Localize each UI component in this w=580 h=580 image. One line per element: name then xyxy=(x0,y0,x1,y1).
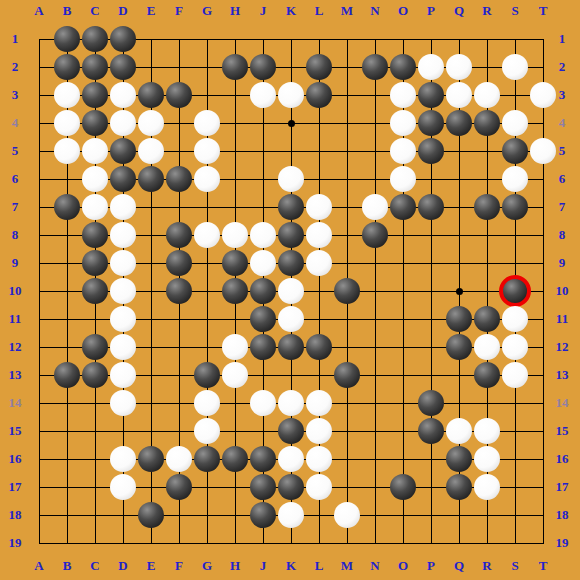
stone-white-K3[interactable] xyxy=(278,82,304,108)
stone-black-J12[interactable] xyxy=(250,334,276,360)
row-label-right-18: 18 xyxy=(550,501,574,529)
stone-white-D11[interactable] xyxy=(110,306,136,332)
row-label-left-18: 18 xyxy=(3,501,27,529)
stone-white-K18[interactable] xyxy=(278,502,304,528)
stone-black-R13[interactable] xyxy=(474,362,500,388)
stone-black-C9[interactable] xyxy=(82,250,108,276)
stone-white-B3[interactable] xyxy=(54,82,80,108)
row-label-left-13: 13 xyxy=(3,361,27,389)
col-label-top-G: G xyxy=(193,3,221,19)
col-label-top-A: A xyxy=(25,3,53,19)
stone-white-B4[interactable] xyxy=(54,110,80,136)
stone-white-R16[interactable] xyxy=(474,446,500,472)
stone-white-D14[interactable] xyxy=(110,390,136,416)
stone-black-M10[interactable] xyxy=(334,278,360,304)
col-label-top-E: E xyxy=(137,3,165,19)
stone-black-H9[interactable] xyxy=(222,250,248,276)
stone-white-J8[interactable] xyxy=(250,222,276,248)
stone-white-C6[interactable] xyxy=(82,166,108,192)
stone-black-P14[interactable] xyxy=(418,390,444,416)
stone-white-E5[interactable] xyxy=(138,138,164,164)
stone-white-J3[interactable] xyxy=(250,82,276,108)
col-label-top-R: R xyxy=(473,3,501,19)
stone-white-M18[interactable] xyxy=(334,502,360,528)
stone-white-O6[interactable] xyxy=(390,166,416,192)
stone-black-B7[interactable] xyxy=(54,194,80,220)
stone-black-B1[interactable] xyxy=(54,26,80,52)
stone-black-E18[interactable] xyxy=(138,502,164,528)
stone-black-Q16[interactable] xyxy=(446,446,472,472)
stone-white-E4[interactable] xyxy=(138,110,164,136)
row-label-left-12: 12 xyxy=(3,333,27,361)
stone-white-P2[interactable] xyxy=(418,54,444,80)
row-label-right-15: 15 xyxy=(550,417,574,445)
row-label-right-2: 2 xyxy=(550,53,574,81)
col-label-bottom-R: R xyxy=(473,558,501,574)
stone-black-G13[interactable] xyxy=(194,362,220,388)
stone-white-C5[interactable] xyxy=(82,138,108,164)
stone-black-J10[interactable] xyxy=(250,278,276,304)
stone-black-M13[interactable] xyxy=(334,362,360,388)
stone-white-T3[interactable] xyxy=(530,82,556,108)
stone-white-O4[interactable] xyxy=(390,110,416,136)
row-label-left-6: 6 xyxy=(3,165,27,193)
stone-black-H2[interactable] xyxy=(222,54,248,80)
stone-white-R15[interactable] xyxy=(474,418,500,444)
row-label-right-14: 14 xyxy=(550,389,574,417)
row-label-right-11: 11 xyxy=(550,305,574,333)
stone-white-K14[interactable] xyxy=(278,390,304,416)
stone-white-S2[interactable] xyxy=(502,54,528,80)
stone-white-K16[interactable] xyxy=(278,446,304,472)
stone-black-K15[interactable] xyxy=(278,418,304,444)
row-label-right-12: 12 xyxy=(550,333,574,361)
stone-black-C4[interactable] xyxy=(82,110,108,136)
col-label-bottom-A: A xyxy=(25,558,53,574)
col-label-top-T: T xyxy=(529,3,557,19)
stone-black-N8[interactable] xyxy=(362,222,388,248)
stone-white-L7[interactable] xyxy=(306,194,332,220)
stone-white-G8[interactable] xyxy=(194,222,220,248)
stone-black-G16[interactable] xyxy=(194,446,220,472)
row-label-left-3: 3 xyxy=(3,81,27,109)
col-label-top-C: C xyxy=(81,3,109,19)
stone-white-G15[interactable] xyxy=(194,418,220,444)
row-label-right-16: 16 xyxy=(550,445,574,473)
stone-black-L12[interactable] xyxy=(306,334,332,360)
stone-black-E16[interactable] xyxy=(138,446,164,472)
stone-black-B2[interactable] xyxy=(54,54,80,80)
col-label-bottom-S: S xyxy=(501,558,529,574)
row-label-left-14: 14 xyxy=(3,389,27,417)
stone-black-K7[interactable] xyxy=(278,194,304,220)
col-label-top-N: N xyxy=(361,3,389,19)
col-label-top-K: K xyxy=(277,3,305,19)
stone-white-H12[interactable] xyxy=(222,334,248,360)
stone-white-B5[interactable] xyxy=(54,138,80,164)
stone-black-D2[interactable] xyxy=(110,54,136,80)
star-point-K4 xyxy=(288,120,295,127)
col-label-top-M: M xyxy=(333,3,361,19)
col-label-top-F: F xyxy=(165,3,193,19)
stone-black-K9[interactable] xyxy=(278,250,304,276)
col-label-top-Q: Q xyxy=(445,3,473,19)
row-label-left-16: 16 xyxy=(3,445,27,473)
stone-white-D7[interactable] xyxy=(110,194,136,220)
stone-black-K12[interactable] xyxy=(278,334,304,360)
row-label-left-2: 2 xyxy=(3,53,27,81)
stone-black-K8[interactable] xyxy=(278,222,304,248)
col-label-bottom-F: F xyxy=(165,558,193,574)
stone-black-P7[interactable] xyxy=(418,194,444,220)
row-label-left-10: 10 xyxy=(3,277,27,305)
stone-white-K11[interactable] xyxy=(278,306,304,332)
stone-white-O5[interactable] xyxy=(390,138,416,164)
stone-white-Q2[interactable] xyxy=(446,54,472,80)
stone-black-J16[interactable] xyxy=(250,446,276,472)
row-label-left-1: 1 xyxy=(3,25,27,53)
goban[interactable]: AABBCCDDEEFFGGHHJJKKLLMMNNOOPPQQRRSSTT11… xyxy=(0,0,580,580)
stone-black-E6[interactable] xyxy=(138,166,164,192)
stone-black-N2[interactable] xyxy=(362,54,388,80)
col-label-top-O: O xyxy=(389,3,417,19)
stone-white-D17[interactable] xyxy=(110,474,136,500)
col-label-bottom-N: N xyxy=(361,558,389,574)
stone-black-D1[interactable] xyxy=(110,26,136,52)
stone-black-Q17[interactable] xyxy=(446,474,472,500)
stone-white-L16[interactable] xyxy=(306,446,332,472)
star-point-Q10 xyxy=(456,288,463,295)
col-label-bottom-J: J xyxy=(249,558,277,574)
stone-black-P4[interactable] xyxy=(418,110,444,136)
stone-white-S11[interactable] xyxy=(502,306,528,332)
stone-black-C10[interactable] xyxy=(82,278,108,304)
stone-black-R7[interactable] xyxy=(474,194,500,220)
row-label-right-6: 6 xyxy=(550,165,574,193)
row-label-left-19: 19 xyxy=(3,529,27,557)
col-label-bottom-H: H xyxy=(221,558,249,574)
stone-black-S7[interactable] xyxy=(502,194,528,220)
col-label-top-B: B xyxy=(53,3,81,19)
stone-white-O3[interactable] xyxy=(390,82,416,108)
row-label-right-13: 13 xyxy=(550,361,574,389)
stone-white-K6[interactable] xyxy=(278,166,304,192)
stone-white-D13[interactable] xyxy=(110,362,136,388)
stone-black-J18[interactable] xyxy=(250,502,276,528)
stone-black-O17[interactable] xyxy=(390,474,416,500)
stone-black-O7[interactable] xyxy=(390,194,416,220)
stone-black-F9[interactable] xyxy=(166,250,192,276)
col-label-bottom-G: G xyxy=(193,558,221,574)
stone-white-S13[interactable] xyxy=(502,362,528,388)
stone-white-Q15[interactable] xyxy=(446,418,472,444)
row-label-left-4: 4 xyxy=(3,109,27,137)
stone-white-R17[interactable] xyxy=(474,474,500,500)
stone-white-F16[interactable] xyxy=(166,446,192,472)
row-label-right-9: 9 xyxy=(550,249,574,277)
stone-black-C12[interactable] xyxy=(82,334,108,360)
col-label-bottom-K: K xyxy=(277,558,305,574)
stone-black-S10-last-move[interactable] xyxy=(499,275,531,307)
stone-white-L8[interactable] xyxy=(306,222,332,248)
col-label-bottom-L: L xyxy=(305,558,333,574)
stone-white-S6[interactable] xyxy=(502,166,528,192)
col-label-bottom-D: D xyxy=(109,558,137,574)
stone-black-S5[interactable] xyxy=(502,138,528,164)
stone-white-L17[interactable] xyxy=(306,474,332,500)
stone-black-C1[interactable] xyxy=(82,26,108,52)
stone-black-B13[interactable] xyxy=(54,362,80,388)
stone-white-G4[interactable] xyxy=(194,110,220,136)
stone-black-D6[interactable] xyxy=(110,166,136,192)
stone-black-J2[interactable] xyxy=(250,54,276,80)
stone-black-H10[interactable] xyxy=(222,278,248,304)
stone-white-D4[interactable] xyxy=(110,110,136,136)
col-label-bottom-P: P xyxy=(417,558,445,574)
col-label-top-P: P xyxy=(417,3,445,19)
row-label-right-8: 8 xyxy=(550,221,574,249)
stone-white-C7[interactable] xyxy=(82,194,108,220)
stone-white-G5[interactable] xyxy=(194,138,220,164)
stone-black-L2[interactable] xyxy=(306,54,332,80)
stone-black-C8[interactable] xyxy=(82,222,108,248)
col-label-top-J: J xyxy=(249,3,277,19)
row-label-left-8: 8 xyxy=(3,221,27,249)
stone-black-Q12[interactable] xyxy=(446,334,472,360)
col-label-top-D: D xyxy=(109,3,137,19)
stone-black-L3[interactable] xyxy=(306,82,332,108)
row-label-left-5: 5 xyxy=(3,137,27,165)
stone-white-R12[interactable] xyxy=(474,334,500,360)
stone-white-T5[interactable] xyxy=(530,138,556,164)
stone-white-Q3[interactable] xyxy=(446,82,472,108)
stone-black-P3[interactable] xyxy=(418,82,444,108)
stone-black-J17[interactable] xyxy=(250,474,276,500)
stone-white-D12[interactable] xyxy=(110,334,136,360)
stone-white-L14[interactable] xyxy=(306,390,332,416)
stone-black-F17[interactable] xyxy=(166,474,192,500)
stone-black-P5[interactable] xyxy=(418,138,444,164)
stone-white-K10[interactable] xyxy=(278,278,304,304)
stone-black-R4[interactable] xyxy=(474,110,500,136)
stone-black-F6[interactable] xyxy=(166,166,192,192)
stone-black-J11[interactable] xyxy=(250,306,276,332)
col-label-bottom-B: B xyxy=(53,558,81,574)
stone-black-F8[interactable] xyxy=(166,222,192,248)
stone-white-G14[interactable] xyxy=(194,390,220,416)
stone-black-C3[interactable] xyxy=(82,82,108,108)
stone-black-R11[interactable] xyxy=(474,306,500,332)
row-label-left-7: 7 xyxy=(3,193,27,221)
col-label-bottom-T: T xyxy=(529,558,557,574)
row-label-left-11: 11 xyxy=(3,305,27,333)
stone-black-Q4[interactable] xyxy=(446,110,472,136)
row-label-right-1: 1 xyxy=(550,25,574,53)
stone-white-L9[interactable] xyxy=(306,250,332,276)
stone-white-H8[interactable] xyxy=(222,222,248,248)
row-label-left-17: 17 xyxy=(3,473,27,501)
row-label-left-9: 9 xyxy=(3,249,27,277)
stone-white-D16[interactable] xyxy=(110,446,136,472)
stone-black-P15[interactable] xyxy=(418,418,444,444)
row-label-right-7: 7 xyxy=(550,193,574,221)
stone-white-S4[interactable] xyxy=(502,110,528,136)
row-label-right-10: 10 xyxy=(550,277,574,305)
col-label-bottom-C: C xyxy=(81,558,109,574)
col-label-top-L: L xyxy=(305,3,333,19)
col-label-bottom-O: O xyxy=(389,558,417,574)
row-label-right-17: 17 xyxy=(550,473,574,501)
stone-black-F3[interactable] xyxy=(166,82,192,108)
stone-white-N7[interactable] xyxy=(362,194,388,220)
col-label-top-H: H xyxy=(221,3,249,19)
stone-white-D8[interactable] xyxy=(110,222,136,248)
row-label-left-15: 15 xyxy=(3,417,27,445)
stone-black-H16[interactable] xyxy=(222,446,248,472)
row-label-right-19: 19 xyxy=(550,529,574,557)
stone-white-J9[interactable] xyxy=(250,250,276,276)
col-label-bottom-M: M xyxy=(333,558,361,574)
stone-white-L15[interactable] xyxy=(306,418,332,444)
col-label-top-S: S xyxy=(501,3,529,19)
stone-black-D5[interactable] xyxy=(110,138,136,164)
col-label-bottom-Q: Q xyxy=(445,558,473,574)
stone-black-K17[interactable] xyxy=(278,474,304,500)
stone-black-E3[interactable] xyxy=(138,82,164,108)
stone-white-H13[interactable] xyxy=(222,362,248,388)
stone-white-D3[interactable] xyxy=(110,82,136,108)
stone-white-R3[interactable] xyxy=(474,82,500,108)
stone-black-F10[interactable] xyxy=(166,278,192,304)
stone-black-Q11[interactable] xyxy=(446,306,472,332)
stone-white-D9[interactable] xyxy=(110,250,136,276)
stone-black-O2[interactable] xyxy=(390,54,416,80)
stone-white-G6[interactable] xyxy=(194,166,220,192)
row-label-right-4: 4 xyxy=(550,109,574,137)
stone-black-C2[interactable] xyxy=(82,54,108,80)
stone-white-S12[interactable] xyxy=(502,334,528,360)
stone-white-D10[interactable] xyxy=(110,278,136,304)
stone-black-C13[interactable] xyxy=(82,362,108,388)
col-label-bottom-E: E xyxy=(137,558,165,574)
stone-white-J14[interactable] xyxy=(250,390,276,416)
